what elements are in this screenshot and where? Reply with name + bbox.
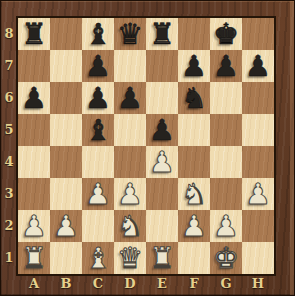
black-rook-a8[interactable]: ♜ (18, 18, 50, 50)
square-d1[interactable]: ♛ (114, 242, 146, 274)
square-b1[interactable] (50, 242, 82, 274)
square-e4[interactable]: ♟ (146, 146, 178, 178)
file-label-c: C (82, 274, 114, 296)
square-e8[interactable]: ♜ (146, 18, 178, 50)
square-b4[interactable] (50, 146, 82, 178)
rank-label-6: 6 (0, 82, 18, 114)
rank-label-2: 2 (0, 210, 18, 242)
square-d7[interactable] (114, 50, 146, 82)
square-f7[interactable]: ♟ (178, 50, 210, 82)
square-c5[interactable]: ♝ (82, 114, 114, 146)
square-h1[interactable] (242, 242, 274, 274)
black-pawn-e5[interactable]: ♟ (146, 114, 178, 146)
white-pawn-g2[interactable]: ♟ (210, 210, 242, 242)
square-a6[interactable]: ♟ (18, 82, 50, 114)
square-d2[interactable]: ♞ (114, 210, 146, 242)
square-d8[interactable]: ♛ (114, 18, 146, 50)
square-a2[interactable]: ♟ (18, 210, 50, 242)
square-g7[interactable]: ♟ (210, 50, 242, 82)
square-c8[interactable]: ♝ (82, 18, 114, 50)
square-h6[interactable] (242, 82, 274, 114)
square-f5[interactable] (178, 114, 210, 146)
square-c4[interactable] (82, 146, 114, 178)
white-knight-f3[interactable]: ♞ (178, 178, 210, 210)
white-pawn-b2[interactable]: ♟ (50, 210, 82, 242)
black-pawn-a6[interactable]: ♟ (18, 82, 50, 114)
black-knight-f6[interactable]: ♞ (178, 82, 210, 114)
square-a4[interactable] (18, 146, 50, 178)
white-king-g1[interactable]: ♚ (210, 242, 242, 274)
square-a3[interactable] (18, 178, 50, 210)
square-b8[interactable] (50, 18, 82, 50)
square-c2[interactable] (82, 210, 114, 242)
file-label-d: D (114, 274, 146, 296)
square-b5[interactable] (50, 114, 82, 146)
square-c1[interactable]: ♝ (82, 242, 114, 274)
square-g4[interactable] (210, 146, 242, 178)
white-pawn-d3[interactable]: ♟ (114, 178, 146, 210)
square-f1[interactable] (178, 242, 210, 274)
square-c7[interactable]: ♟ (82, 50, 114, 82)
rank-label-7: 7 (0, 50, 18, 82)
square-d4[interactable] (114, 146, 146, 178)
square-e2[interactable] (146, 210, 178, 242)
square-e7[interactable] (146, 50, 178, 82)
black-pawn-h7[interactable]: ♟ (242, 50, 274, 82)
chess-board: ♜♝♛♜♚♟♟♟♟♟♟♟♞♝♟♟♟♟♞♟♟♟♞♟♟♜♝♛♜♚ (18, 18, 274, 274)
white-pawn-a2[interactable]: ♟ (18, 210, 50, 242)
black-rook-e8[interactable]: ♜ (146, 18, 178, 50)
file-label-g: G (210, 274, 242, 296)
square-d6[interactable]: ♟ (114, 82, 146, 114)
black-pawn-c7[interactable]: ♟ (82, 50, 114, 82)
black-bishop-c8[interactable]: ♝ (82, 18, 114, 50)
square-d5[interactable] (114, 114, 146, 146)
square-h8[interactable] (242, 18, 274, 50)
square-h3[interactable]: ♟ (242, 178, 274, 210)
square-c6[interactable]: ♟ (82, 82, 114, 114)
square-e1[interactable]: ♜ (146, 242, 178, 274)
file-label-a: A (18, 274, 50, 296)
square-f2[interactable]: ♟ (178, 210, 210, 242)
black-queen-d8[interactable]: ♛ (114, 18, 146, 50)
square-h7[interactable]: ♟ (242, 50, 274, 82)
square-e6[interactable] (146, 82, 178, 114)
square-f4[interactable] (178, 146, 210, 178)
square-f3[interactable]: ♞ (178, 178, 210, 210)
square-g5[interactable] (210, 114, 242, 146)
black-king-g8[interactable]: ♚ (210, 18, 242, 50)
rank-label-1: 1 (0, 242, 18, 274)
square-a1[interactable]: ♜ (18, 242, 50, 274)
black-pawn-g7[interactable]: ♟ (210, 50, 242, 82)
white-rook-e1[interactable]: ♜ (146, 242, 178, 274)
file-label-e: E (146, 274, 178, 296)
square-h2[interactable] (242, 210, 274, 242)
black-bishop-c5[interactable]: ♝ (82, 114, 114, 146)
square-b6[interactable] (50, 82, 82, 114)
square-e3[interactable] (146, 178, 178, 210)
black-pawn-c6[interactable]: ♟ (82, 82, 114, 114)
square-d3[interactable]: ♟ (114, 178, 146, 210)
square-a5[interactable] (18, 114, 50, 146)
square-a8[interactable]: ♜ (18, 18, 50, 50)
black-pawn-f7[interactable]: ♟ (178, 50, 210, 82)
square-g1[interactable]: ♚ (210, 242, 242, 274)
board-frame: 87654321 ABCDEFGH ♜♝♛♜♚♟♟♟♟♟♟♟♞♝♟♟♟♟♞♟♟♟… (0, 0, 295, 296)
square-f6[interactable]: ♞ (178, 82, 210, 114)
white-pawn-h3[interactable]: ♟ (242, 178, 274, 210)
square-b2[interactable]: ♟ (50, 210, 82, 242)
square-c3[interactable]: ♟ (82, 178, 114, 210)
white-queen-d1[interactable]: ♛ (114, 242, 146, 274)
square-a7[interactable] (18, 50, 50, 82)
square-g3[interactable] (210, 178, 242, 210)
file-label-h: H (242, 274, 274, 296)
rank-label-4: 4 (0, 146, 18, 178)
square-h4[interactable] (242, 146, 274, 178)
rank-label-8: 8 (0, 18, 18, 50)
rank-labels: 87654321 (0, 18, 18, 274)
white-knight-d2[interactable]: ♞ (114, 210, 146, 242)
square-g6[interactable] (210, 82, 242, 114)
square-g8[interactable]: ♚ (210, 18, 242, 50)
file-label-f: F (178, 274, 210, 296)
square-e5[interactable]: ♟ (146, 114, 178, 146)
black-pawn-d6[interactable]: ♟ (114, 82, 146, 114)
file-labels: ABCDEFGH (18, 274, 274, 296)
rank-label-5: 5 (0, 114, 18, 146)
white-pawn-c3[interactable]: ♟ (82, 178, 114, 210)
square-h5[interactable] (242, 114, 274, 146)
white-pawn-f2[interactable]: ♟ (178, 210, 210, 242)
rank-label-3: 3 (0, 178, 18, 210)
white-pawn-e4[interactable]: ♟ (146, 146, 178, 178)
square-b3[interactable] (50, 178, 82, 210)
white-rook-a1[interactable]: ♜ (18, 242, 50, 274)
square-b7[interactable] (50, 50, 82, 82)
white-bishop-c1[interactable]: ♝ (82, 242, 114, 274)
square-f8[interactable] (178, 18, 210, 50)
square-g2[interactable]: ♟ (210, 210, 242, 242)
file-label-b: B (50, 274, 82, 296)
